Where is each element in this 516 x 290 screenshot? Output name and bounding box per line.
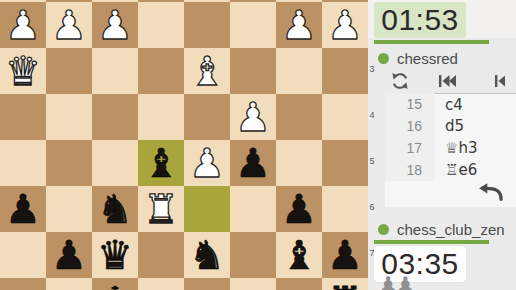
square-g8[interactable] xyxy=(46,278,92,290)
square-h3[interactable]: ♛ xyxy=(0,48,46,94)
white-pawn[interactable]: ♟ xyxy=(276,2,322,48)
bottom-player-row: chess_club_zen xyxy=(378,220,505,238)
square-b5[interactable] xyxy=(276,140,322,186)
black-pawn[interactable]: ♟ xyxy=(46,232,92,278)
top-player-accent-bar xyxy=(374,40,489,44)
square-c4[interactable]: ♟ xyxy=(230,94,276,140)
black-bishop[interactable]: ♝ xyxy=(276,232,322,278)
square-a8[interactable]: ♜ xyxy=(322,278,368,290)
square-f7[interactable]: ♛ xyxy=(92,232,138,278)
square-d2[interactable] xyxy=(184,2,230,48)
black-pawn[interactable]: ♟ xyxy=(276,186,322,232)
square-f3[interactable] xyxy=(92,48,138,94)
black-rook[interactable]: ♜ xyxy=(322,278,368,290)
square-g5[interactable] xyxy=(46,140,92,186)
square-b6[interactable]: ♟ xyxy=(276,186,322,232)
top-player-clock: 01:53 xyxy=(374,2,466,38)
white-pawn[interactable]: ♟ xyxy=(46,2,92,48)
square-b2[interactable]: ♟ xyxy=(276,2,322,48)
square-c6[interactable] xyxy=(230,186,276,232)
move-san[interactable]: ♖e6 xyxy=(435,159,516,181)
white-pawn[interactable]: ♟ xyxy=(184,140,230,186)
square-h8[interactable] xyxy=(0,278,46,290)
square-e5[interactable]: ♝ xyxy=(138,140,184,186)
move-list: 15c416d517♕h318♖e6 xyxy=(385,93,516,207)
move-row[interactable]: 17♕h3 xyxy=(385,137,516,159)
takeback-arrow-icon[interactable] xyxy=(477,181,505,206)
square-c7[interactable] xyxy=(230,232,276,278)
bottom-player-name: chess_club_zen xyxy=(397,221,505,238)
move-number: 15 xyxy=(385,93,435,116)
square-a4[interactable] xyxy=(322,94,368,140)
bottom-player-accent-bar xyxy=(374,240,489,244)
square-e6[interactable]: ♜ xyxy=(138,186,184,232)
top-player-name: chessred xyxy=(397,50,458,67)
square-b4[interactable] xyxy=(276,94,322,140)
white-rook[interactable]: ♜ xyxy=(138,186,184,232)
square-c2[interactable] xyxy=(230,2,276,48)
white-pawn[interactable]: ♟ xyxy=(0,2,46,48)
top-player-row: chessred xyxy=(378,49,458,67)
move-san[interactable]: c4 xyxy=(435,93,516,116)
step-back-icon[interactable] xyxy=(494,74,506,91)
square-h2[interactable]: ♟ xyxy=(0,2,46,48)
black-knight[interactable]: ♞ xyxy=(92,186,138,232)
square-c5[interactable]: ♟ xyxy=(230,140,276,186)
online-dot xyxy=(378,53,389,64)
square-f6[interactable]: ♞ xyxy=(92,186,138,232)
square-g2[interactable]: ♟ xyxy=(46,2,92,48)
square-d3[interactable]: ♝ xyxy=(184,48,230,94)
square-g6[interactable] xyxy=(46,186,92,232)
online-dot xyxy=(378,224,389,235)
square-f8[interactable]: ♚ xyxy=(92,278,138,290)
move-row[interactable]: 18♖e6 xyxy=(385,159,516,181)
side-panel: 01:53 chessred xyxy=(368,0,516,290)
square-c3[interactable] xyxy=(230,48,276,94)
move-number: 17 xyxy=(385,137,435,159)
square-f2[interactable]: ♟ xyxy=(92,2,138,48)
white-bishop[interactable]: ♝ xyxy=(184,48,230,94)
square-g3[interactable] xyxy=(46,48,92,94)
square-f5[interactable] xyxy=(92,140,138,186)
move-number: 16 xyxy=(385,115,435,137)
square-a5[interactable] xyxy=(322,140,368,186)
square-d8[interactable] xyxy=(184,278,230,290)
move-list-rows: 15c416d517♕h318♖e6 xyxy=(385,93,516,181)
move-row[interactable]: 16d5 xyxy=(385,115,516,137)
square-a3[interactable] xyxy=(322,48,368,94)
black-pawn[interactable]: ♟ xyxy=(230,140,276,186)
black-pawn[interactable]: ♟ xyxy=(322,232,368,278)
square-c8[interactable] xyxy=(230,278,276,290)
black-queen[interactable]: ♛ xyxy=(92,232,138,278)
square-g4[interactable] xyxy=(46,94,92,140)
white-pawn[interactable]: ♟ xyxy=(92,2,138,48)
skip-to-start-icon[interactable] xyxy=(438,74,458,91)
square-f4[interactable] xyxy=(92,94,138,140)
square-a7[interactable]: ♟ xyxy=(322,232,368,278)
square-d6[interactable] xyxy=(184,186,230,232)
black-bishop[interactable]: ♝ xyxy=(138,140,184,186)
square-e3[interactable] xyxy=(138,48,184,94)
square-d7[interactable]: ♞ xyxy=(184,232,230,278)
square-h7[interactable] xyxy=(0,232,46,278)
square-h4[interactable] xyxy=(0,94,46,140)
square-a6[interactable] xyxy=(322,186,368,232)
move-number: 18 xyxy=(385,159,435,181)
square-b8[interactable] xyxy=(276,278,322,290)
square-e7[interactable] xyxy=(138,232,184,278)
square-d4[interactable] xyxy=(184,94,230,140)
black-knight[interactable]: ♞ xyxy=(184,232,230,278)
square-a2[interactable]: ♟ xyxy=(322,2,368,48)
white-pawn[interactable]: ♟ xyxy=(230,94,276,140)
square-d5[interactable]: ♟ xyxy=(184,140,230,186)
square-h5[interactable] xyxy=(0,140,46,186)
square-b7[interactable]: ♝ xyxy=(276,232,322,278)
square-e4[interactable] xyxy=(138,94,184,140)
square-e2[interactable] xyxy=(138,2,184,48)
square-h6[interactable]: ♟ xyxy=(0,186,46,232)
chess-board[interactable]: ♟♟♟♟♟♛♝♟♝♟♟♟♞♜♟♟♛♞♝♟♚♜ xyxy=(0,0,368,290)
move-san[interactable]: d5 xyxy=(435,115,516,137)
square-g7[interactable]: ♟ xyxy=(46,232,92,278)
move-san[interactable]: ♕h3 xyxy=(435,137,516,159)
white-queen[interactable]: ♛ xyxy=(0,48,46,94)
sync-icon[interactable] xyxy=(390,71,410,94)
white-pawn[interactable]: ♟ xyxy=(322,2,368,48)
black-pawn[interactable]: ♟ xyxy=(0,186,46,232)
black-king[interactable]: ♚ xyxy=(92,278,138,290)
captured-pieces: ♟♟ xyxy=(376,271,410,290)
square-b3[interactable] xyxy=(276,48,322,94)
square-e8[interactable] xyxy=(138,278,184,290)
move-row[interactable]: 15c4 xyxy=(385,93,516,115)
game-controls xyxy=(368,70,516,92)
